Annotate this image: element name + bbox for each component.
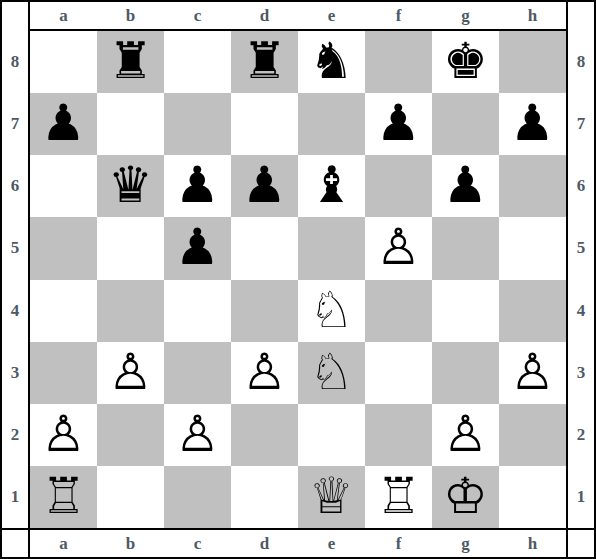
board-border-right-line (566, 2, 568, 557)
square-e5[interactable] (298, 217, 365, 279)
square-c6[interactable]: ♟ (164, 155, 231, 217)
rank-label-1-right: 1 (568, 466, 594, 528)
square-h4[interactable] (499, 280, 566, 342)
file-label-g-bottom: g (432, 530, 499, 557)
square-f4[interactable] (365, 280, 432, 342)
square-h7[interactable]: ♟ (499, 93, 566, 155)
square-e2[interactable] (298, 404, 365, 466)
rank-label-7-right: 7 (568, 93, 594, 155)
square-b8[interactable]: ♜ (97, 31, 164, 93)
piece-black-pawn: ♟ (510, 98, 555, 148)
rank-labels-right: 87654321 (568, 31, 594, 528)
square-b1[interactable] (97, 466, 164, 528)
piece-white-pawn: ♙ (376, 222, 421, 272)
square-b6[interactable]: ♛ (97, 155, 164, 217)
file-label-e-bottom: e (298, 530, 365, 557)
square-d3[interactable]: ♙ (231, 342, 298, 404)
square-e1[interactable]: ♕ (298, 466, 365, 528)
square-d1[interactable] (231, 466, 298, 528)
rank-label-3-right: 3 (568, 342, 594, 404)
square-a1[interactable]: ♖ (30, 466, 97, 528)
square-a5[interactable] (30, 217, 97, 279)
rank-labels-left: 87654321 (2, 31, 28, 528)
square-g8[interactable]: ♚ (432, 31, 499, 93)
piece-white-pawn: ♙ (41, 409, 86, 459)
piece-white-pawn: ♙ (510, 347, 555, 397)
file-label-d-top: d (231, 2, 298, 29)
piece-black-pawn: ♟ (443, 160, 488, 210)
square-f2[interactable] (365, 404, 432, 466)
chess-board: ♜♜♞♚♟♟♟♛♟♟♝♟♟♙♘♙♙♘♙♙♙♙♖♕♖♔ (30, 31, 566, 528)
file-label-h-top: h (499, 2, 566, 29)
rank-label-8-left: 8 (2, 31, 28, 93)
square-h1[interactable] (499, 466, 566, 528)
square-c8[interactable] (164, 31, 231, 93)
square-f7[interactable]: ♟ (365, 93, 432, 155)
square-d8[interactable]: ♜ (231, 31, 298, 93)
piece-black-pawn: ♟ (175, 160, 220, 210)
square-a3[interactable] (30, 342, 97, 404)
square-e7[interactable] (298, 93, 365, 155)
square-d4[interactable] (231, 280, 298, 342)
square-d5[interactable] (231, 217, 298, 279)
file-label-a-top: a (30, 2, 97, 29)
rank-label-5-right: 5 (568, 217, 594, 279)
square-d7[interactable] (231, 93, 298, 155)
square-g6[interactable]: ♟ (432, 155, 499, 217)
square-f3[interactable] (365, 342, 432, 404)
rank-label-6-right: 6 (568, 155, 594, 217)
piece-black-bishop: ♝ (309, 160, 354, 210)
board-border-bottom-line (2, 528, 594, 530)
square-b4[interactable] (97, 280, 164, 342)
square-g7[interactable] (432, 93, 499, 155)
square-e3[interactable]: ♘ (298, 342, 365, 404)
square-g1[interactable]: ♔ (432, 466, 499, 528)
piece-black-queen: ♛ (108, 160, 153, 210)
square-e8[interactable]: ♞ (298, 31, 365, 93)
square-b5[interactable] (97, 217, 164, 279)
square-h8[interactable] (499, 31, 566, 93)
square-h2[interactable] (499, 404, 566, 466)
rank-label-3-left: 3 (2, 342, 28, 404)
square-g2[interactable]: ♙ (432, 404, 499, 466)
square-b3[interactable]: ♙ (97, 342, 164, 404)
file-label-h-bottom: h (499, 530, 566, 557)
piece-black-rook: ♜ (242, 36, 287, 86)
square-f5[interactable]: ♙ (365, 217, 432, 279)
piece-black-pawn: ♟ (41, 98, 86, 148)
rank-label-4-right: 4 (568, 280, 594, 342)
piece-white-pawn: ♙ (175, 409, 220, 459)
square-h3[interactable]: ♙ (499, 342, 566, 404)
file-label-d-bottom: d (231, 530, 298, 557)
piece-black-pawn: ♟ (242, 160, 287, 210)
square-f6[interactable] (365, 155, 432, 217)
square-d2[interactable] (231, 404, 298, 466)
square-c3[interactable] (164, 342, 231, 404)
piece-white-rook: ♖ (376, 471, 421, 521)
file-label-b-top: b (97, 2, 164, 29)
piece-white-pawn: ♙ (443, 409, 488, 459)
piece-black-pawn: ♟ (175, 222, 220, 272)
file-labels-bottom: abcdefgh (30, 530, 566, 557)
piece-white-queen: ♕ (309, 471, 354, 521)
square-c1[interactable] (164, 466, 231, 528)
square-c2[interactable]: ♙ (164, 404, 231, 466)
file-label-c-top: c (164, 2, 231, 29)
square-g4[interactable] (432, 280, 499, 342)
square-d6[interactable]: ♟ (231, 155, 298, 217)
rank-label-2-left: 2 (2, 404, 28, 466)
file-label-g-top: g (432, 2, 499, 29)
square-b7[interactable] (97, 93, 164, 155)
file-label-c-bottom: c (164, 530, 231, 557)
square-a6[interactable] (30, 155, 97, 217)
piece-black-king: ♚ (443, 36, 488, 86)
piece-black-pawn: ♟ (376, 98, 421, 148)
square-c5[interactable]: ♟ (164, 217, 231, 279)
rank-label-6-left: 6 (2, 155, 28, 217)
square-a7[interactable]: ♟ (30, 93, 97, 155)
file-label-f-top: f (365, 2, 432, 29)
rank-label-1-left: 1 (2, 466, 28, 528)
file-label-e-top: e (298, 2, 365, 29)
rank-label-4-left: 4 (2, 280, 28, 342)
square-a8[interactable] (30, 31, 97, 93)
piece-white-pawn: ♙ (242, 347, 287, 397)
square-h6[interactable] (499, 155, 566, 217)
rank-label-7-left: 7 (2, 93, 28, 155)
piece-white-rook: ♖ (41, 471, 86, 521)
file-label-f-bottom: f (365, 530, 432, 557)
square-a4[interactable] (30, 280, 97, 342)
piece-black-rook: ♜ (108, 36, 153, 86)
square-h5[interactable] (499, 217, 566, 279)
square-a2[interactable]: ♙ (30, 404, 97, 466)
file-label-a-bottom: a (30, 530, 97, 557)
square-g5[interactable] (432, 217, 499, 279)
piece-black-knight: ♞ (309, 36, 354, 86)
piece-white-pawn: ♙ (108, 347, 153, 397)
chess-board-diagram: abcdefgh 87654321 87654321 abcdefgh ♜♜♞♚… (0, 0, 596, 559)
square-c4[interactable] (164, 280, 231, 342)
square-g3[interactable] (432, 342, 499, 404)
square-e6[interactable]: ♝ (298, 155, 365, 217)
square-f1[interactable]: ♖ (365, 466, 432, 528)
square-f8[interactable] (365, 31, 432, 93)
rank-label-8-right: 8 (568, 31, 594, 93)
square-c7[interactable] (164, 93, 231, 155)
square-e4[interactable]: ♘ (298, 280, 365, 342)
rank-label-5-left: 5 (2, 217, 28, 279)
piece-white-knight: ♘ (309, 347, 354, 397)
file-label-b-bottom: b (97, 530, 164, 557)
piece-white-king: ♔ (443, 471, 488, 521)
square-b2[interactable] (97, 404, 164, 466)
piece-white-knight: ♘ (309, 285, 354, 335)
file-labels-top: abcdefgh (30, 2, 566, 29)
rank-label-2-right: 2 (568, 404, 594, 466)
